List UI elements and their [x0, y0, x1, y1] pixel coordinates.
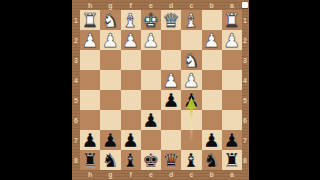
square-f7[interactable]: ♟	[121, 130, 141, 150]
square-h6[interactable]	[80, 110, 100, 130]
file-label-c: c	[181, 170, 201, 179]
file-label-h: h	[80, 0, 100, 10]
file-label-b: b	[202, 0, 222, 10]
square-e3[interactable]	[141, 50, 161, 70]
square-d2[interactable]	[161, 30, 181, 50]
piece-black-bishop: ♝	[181, 150, 201, 170]
square-h2[interactable]: ♟	[80, 30, 100, 50]
piece-white-pawn: ♟	[202, 30, 222, 50]
square-d4[interactable]: ♟	[161, 70, 181, 90]
square-a3[interactable]	[222, 50, 242, 70]
square-g5[interactable]	[100, 90, 120, 110]
piece-black-knight: ♞	[100, 150, 120, 170]
rank-label-7: 7	[72, 130, 80, 150]
chess-board: hgfedcba hgfedcba 12345678 12345678 ♜♞♝♚…	[72, 0, 249, 180]
rank-label-8: 8	[241, 150, 249, 170]
square-b2[interactable]: ♟	[202, 30, 222, 50]
rank-label-4: 4	[241, 70, 249, 90]
rank-labels-left: 12345678	[72, 10, 80, 170]
piece-white-pawn: ♟	[222, 30, 242, 50]
square-b6[interactable]	[202, 110, 222, 130]
piece-black-pawn: ♟	[121, 130, 141, 150]
square-b8[interactable]: ♞	[202, 150, 222, 170]
square-f8[interactable]: ♝	[121, 150, 141, 170]
square-g2[interactable]: ♟	[100, 30, 120, 50]
square-c8[interactable]: ♝	[181, 150, 201, 170]
file-label-d: d	[161, 0, 181, 10]
file-label-d: d	[161, 170, 181, 179]
square-b3[interactable]	[202, 50, 222, 70]
square-d5[interactable]: ♟	[161, 90, 181, 110]
file-label-e: e	[141, 170, 161, 179]
square-g6[interactable]	[100, 110, 120, 130]
file-label-g: g	[100, 170, 120, 179]
square-g1[interactable]: ♞	[100, 10, 120, 30]
square-d6[interactable]	[161, 110, 181, 130]
square-e6[interactable]: ♟	[141, 110, 161, 130]
piece-black-pawn: ♟	[100, 130, 120, 150]
square-a2[interactable]: ♟	[222, 30, 242, 50]
piece-white-pawn: ♟	[141, 30, 161, 50]
square-h7[interactable]: ♟	[80, 130, 100, 150]
square-a5[interactable]	[222, 90, 242, 110]
piece-white-pawn: ♟	[181, 70, 201, 90]
file-label-c: c	[181, 0, 201, 10]
square-b1[interactable]	[202, 10, 222, 30]
file-label-a: a	[222, 170, 242, 179]
file-label-h: h	[80, 170, 100, 179]
piece-black-pawn: ♟	[141, 110, 161, 130]
rank-label-3: 3	[72, 50, 80, 70]
rank-label-6: 6	[72, 110, 80, 130]
square-e1[interactable]: ♚	[141, 10, 161, 30]
file-labels-top: hgfedcba	[80, 0, 242, 10]
piece-black-rook: ♜	[222, 150, 242, 170]
square-g8[interactable]: ♞	[100, 150, 120, 170]
square-a4[interactable]	[222, 70, 242, 90]
piece-white-knight: ♞	[100, 10, 120, 30]
piece-white-king: ♚	[141, 10, 161, 30]
rank-label-7: 7	[241, 130, 249, 150]
piece-black-pawn: ♟	[202, 130, 222, 150]
file-label-f: f	[121, 170, 141, 179]
square-c6[interactable]	[181, 110, 201, 130]
square-d7[interactable]	[161, 130, 181, 150]
piece-black-bishop: ♝	[121, 150, 141, 170]
piece-white-pawn: ♟	[161, 70, 181, 90]
rank-label-8: 8	[72, 150, 80, 170]
piece-white-bishop: ♝	[181, 10, 201, 30]
square-c3[interactable]: ♞	[181, 50, 201, 70]
piece-white-rook: ♜	[80, 10, 100, 30]
piece-black-pawn: ♟	[222, 130, 242, 150]
piece-white-pawn: ♟	[100, 30, 120, 50]
letterbox-left	[0, 0, 72, 180]
square-h8[interactable]: ♜	[80, 150, 100, 170]
rank-label-3: 3	[241, 50, 249, 70]
piece-white-queen: ♛	[161, 10, 181, 30]
piece-black-pawn: ♟	[80, 130, 100, 150]
file-label-g: g	[100, 0, 120, 10]
rank-label-4: 4	[72, 70, 80, 90]
square-b5[interactable]	[202, 90, 222, 110]
square-e5[interactable]	[141, 90, 161, 110]
square-f4[interactable]	[121, 70, 141, 90]
square-a6[interactable]	[222, 110, 242, 130]
piece-white-pawn: ♟	[121, 30, 141, 50]
rank-label-5: 5	[72, 90, 80, 110]
square-d3[interactable]	[161, 50, 181, 70]
square-a8[interactable]: ♜	[222, 150, 242, 170]
piece-white-pawn: ♟	[80, 30, 100, 50]
square-f6[interactable]	[121, 110, 141, 130]
letterbox-right	[249, 0, 320, 180]
rank-label-2: 2	[72, 30, 80, 50]
file-label-e: e	[141, 0, 161, 10]
square-c7[interactable]	[181, 130, 201, 150]
rank-label-6: 6	[241, 110, 249, 130]
file-label-a: a	[222, 0, 242, 10]
square-a1[interactable]: ♜	[222, 10, 242, 30]
square-g4[interactable]	[100, 70, 120, 90]
square-d1[interactable]: ♛	[161, 10, 181, 30]
square-h5[interactable]	[80, 90, 100, 110]
square-d8[interactable]: ♛	[161, 150, 181, 170]
piece-black-knight: ♞	[202, 150, 222, 170]
square-f5[interactable]	[121, 90, 141, 110]
square-e7[interactable]	[141, 130, 161, 150]
rank-label-2: 2	[241, 30, 249, 50]
rank-label-5: 5	[241, 90, 249, 110]
square-c2[interactable]	[181, 30, 201, 50]
rank-label-1: 1	[241, 10, 249, 30]
piece-black-rook: ♜	[80, 150, 100, 170]
file-label-f: f	[121, 0, 141, 10]
square-g7[interactable]: ♟	[100, 130, 120, 150]
square-e2[interactable]: ♟	[141, 30, 161, 50]
square-e4[interactable]	[141, 70, 161, 90]
square-b7[interactable]: ♟	[202, 130, 222, 150]
piece-white-rook: ♜	[222, 10, 242, 30]
square-c5[interactable]: ♟	[181, 90, 201, 110]
video-frame: hgfedcba hgfedcba 12345678 12345678 ♜♞♝♚…	[0, 0, 320, 180]
square-h1[interactable]: ♜	[80, 10, 100, 30]
rank-labels-right: 12345678	[241, 10, 249, 170]
piece-white-bishop: ♝	[121, 10, 141, 30]
square-b4[interactable]	[202, 70, 222, 90]
rank-label-1: 1	[72, 10, 80, 30]
piece-black-queen: ♛	[161, 150, 181, 170]
square-h4[interactable]	[80, 70, 100, 90]
square-a7[interactable]: ♟	[222, 130, 242, 150]
file-label-b: b	[202, 170, 222, 179]
piece-black-pawn: ♟	[161, 90, 181, 110]
square-g3[interactable]	[100, 50, 120, 70]
piece-white-knight: ♞	[181, 50, 201, 70]
square-c4[interactable]: ♟	[181, 70, 201, 90]
square-e8[interactable]: ♚	[141, 150, 161, 170]
square-c1[interactable]: ♝	[181, 10, 201, 30]
white-to-move-indicator	[242, 2, 248, 8]
square-f2[interactable]: ♟	[121, 30, 141, 50]
file-labels-bottom: hgfedcba	[80, 170, 242, 179]
square-f1[interactable]: ♝	[121, 10, 141, 30]
piece-black-pawn: ♟	[181, 90, 201, 110]
piece-black-king: ♚	[141, 150, 161, 170]
square-h3[interactable]	[80, 50, 100, 70]
square-f3[interactable]	[121, 50, 141, 70]
squares-grid: ♜♞♝♚♛♝♜♟♟♟♟♟♟♞♟♟♟♟♟♟♟♟♟♟♜♞♝♚♛♝♞♜	[80, 10, 242, 170]
